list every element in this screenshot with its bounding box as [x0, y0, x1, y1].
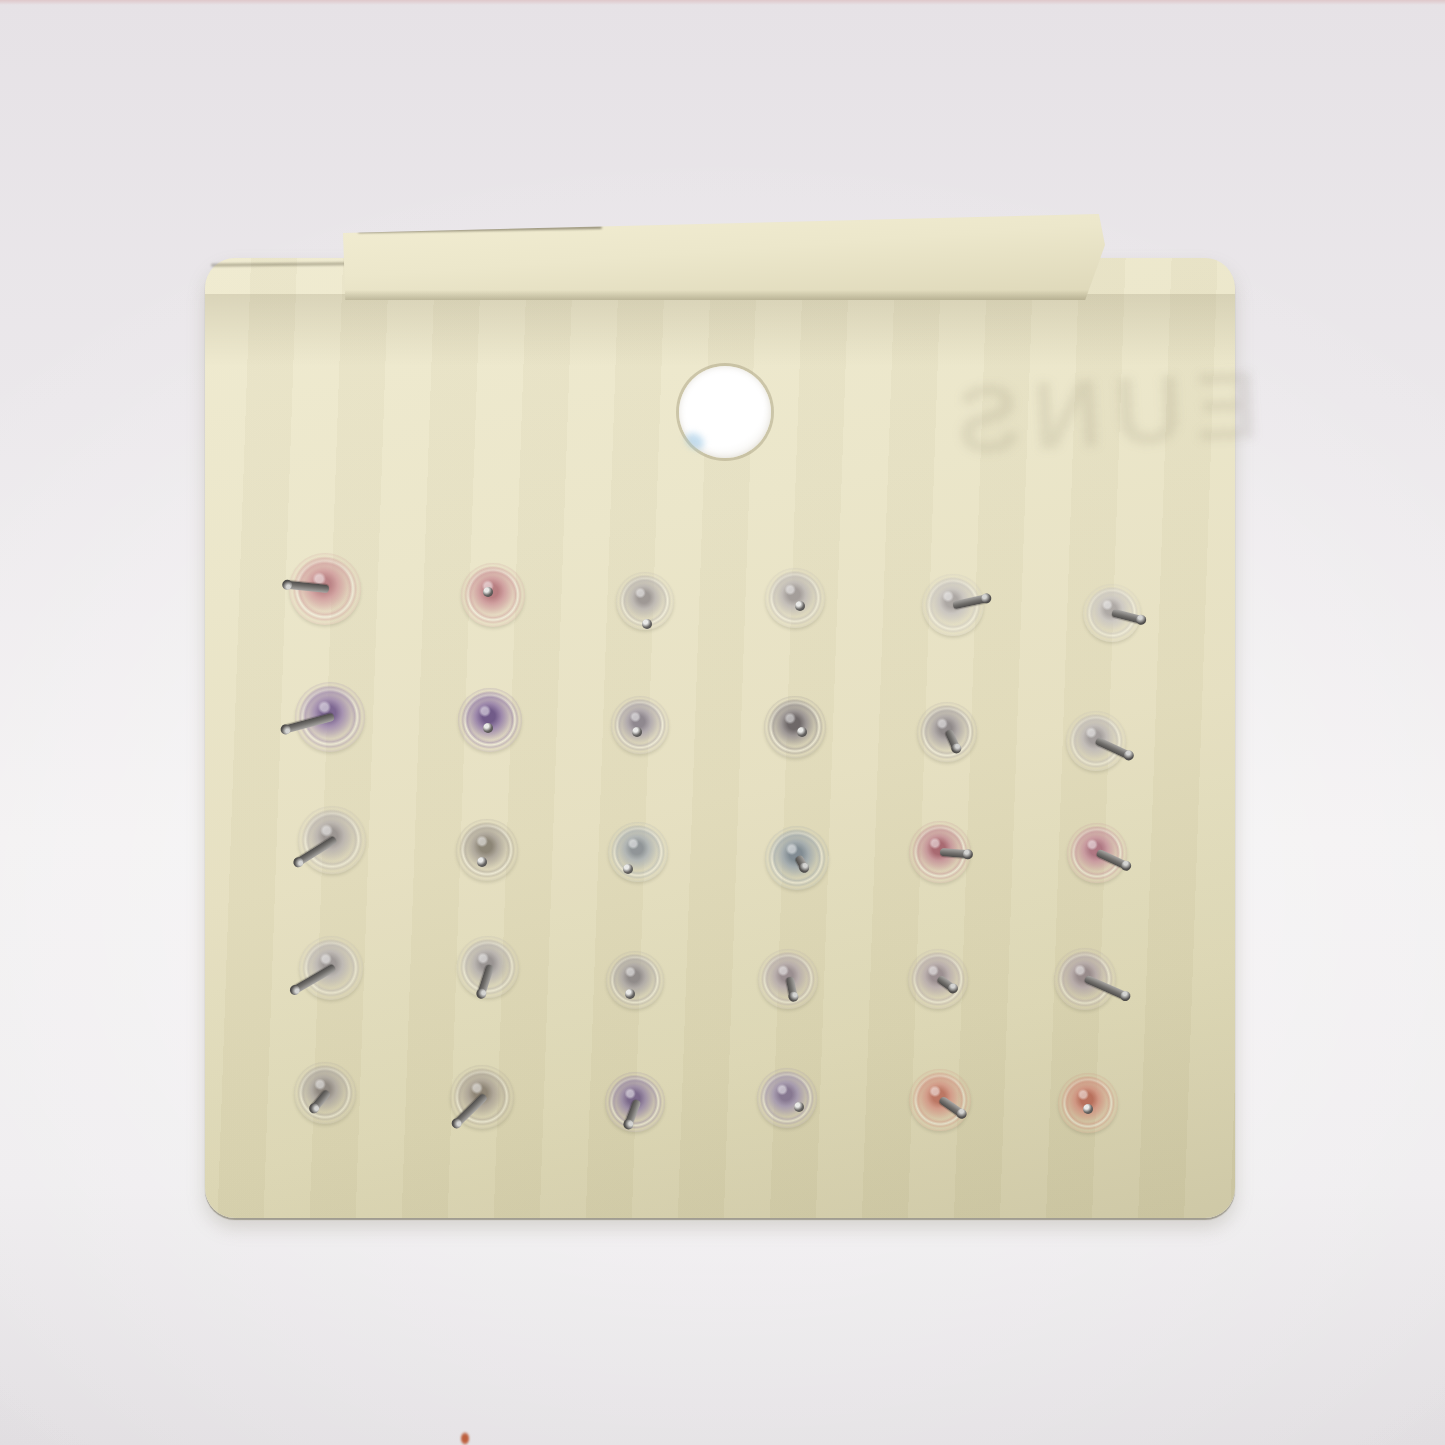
pin-ball-tip: [475, 987, 488, 1000]
earring-stud: [757, 1068, 817, 1128]
earring-stud: [917, 702, 977, 762]
pin-ball-tip: [280, 723, 292, 735]
earring-stud: [295, 682, 365, 752]
earring-stud: [922, 574, 984, 636]
earring-pin: [1095, 849, 1129, 871]
earring-pin: [795, 854, 809, 871]
earring-pin: [936, 975, 957, 993]
earring-pin: [291, 964, 337, 995]
pin-ball-tip: [962, 849, 973, 860]
earring-pin: [938, 1096, 966, 1119]
earring-stud: [458, 688, 522, 752]
earring-pin: [945, 729, 961, 752]
earring-stud: [299, 936, 363, 1000]
earring-pin-tip: [477, 857, 487, 867]
earring-pin-tip: [794, 1102, 804, 1112]
earring-stud: [765, 568, 825, 628]
earring-stud: [606, 951, 664, 1009]
earring-pin: [1084, 975, 1129, 1001]
pin-ball-tip: [291, 855, 305, 869]
earring-pin: [940, 848, 971, 859]
earring-pin-tip: [642, 619, 652, 629]
earring-pin: [952, 594, 989, 609]
earring-stud: [908, 949, 968, 1009]
pin-ball-tip: [950, 742, 963, 755]
earring-stud: [764, 696, 826, 758]
earring-pin-tip: [625, 989, 635, 999]
pin-ball-tip: [980, 592, 992, 604]
earring-pin-tip: [483, 723, 493, 733]
earring-pin-tip: [483, 587, 493, 597]
earring-pin: [285, 581, 330, 594]
earring-pin: [624, 1099, 642, 1128]
earring-stud: [1067, 823, 1127, 883]
earring-pin: [283, 713, 335, 734]
earring-pin-tip: [1083, 1104, 1093, 1114]
pin-ball-tip: [1135, 614, 1147, 626]
earring-stud: [461, 563, 525, 627]
earring-pin: [786, 976, 798, 999]
earring-stud: [289, 553, 361, 625]
earring-stud: [456, 819, 518, 881]
earring-stud: [909, 821, 971, 883]
earring-stud: [1066, 711, 1126, 771]
earring-pin: [1094, 737, 1132, 760]
earring-stud: [909, 1069, 971, 1131]
earring-pin: [477, 964, 494, 997]
pin-ball-tip: [1119, 989, 1132, 1002]
pin-ball-tip: [282, 579, 293, 590]
photo-scene: EUNS: [0, 0, 1445, 1445]
pin-ball-tip: [788, 991, 800, 1003]
earring-pin: [310, 1089, 332, 1113]
earring-pin-tip: [797, 727, 807, 737]
earring-stud: [1058, 1073, 1118, 1133]
earring-pin: [295, 836, 338, 867]
pin-ball-tip: [450, 1116, 464, 1130]
pin-ball-tip: [622, 1118, 635, 1131]
earring-stud: [457, 936, 519, 998]
earring-stud: [450, 1065, 514, 1129]
earring-stud: [1083, 584, 1141, 642]
earring-pin-tip: [795, 601, 805, 611]
earring-stud: [758, 949, 818, 1009]
pin-ball-tip: [288, 983, 302, 997]
earring-stud: [611, 696, 669, 754]
earring-pin-tip: [623, 864, 633, 874]
pin-ball-tip: [797, 861, 811, 875]
earring-stud: [605, 1072, 665, 1132]
pin-ball-tip: [307, 1101, 321, 1115]
pin-ball-tip: [955, 1107, 969, 1121]
earring-stud: [765, 826, 829, 890]
earring-stud: [616, 572, 674, 630]
earring-stud: [1054, 948, 1116, 1010]
earring-pin: [452, 1093, 488, 1128]
pin-ball-tip: [946, 981, 960, 995]
stud-grid: [0, 0, 1445, 1445]
earring-pin: [1111, 609, 1144, 625]
pin-ball-tip: [1122, 749, 1135, 762]
earring-stud: [298, 806, 366, 874]
pin-ball-tip: [1120, 859, 1133, 872]
earring-stud: [294, 1062, 356, 1124]
earring-pin-tip: [632, 727, 642, 737]
earring-stud: [608, 822, 668, 882]
